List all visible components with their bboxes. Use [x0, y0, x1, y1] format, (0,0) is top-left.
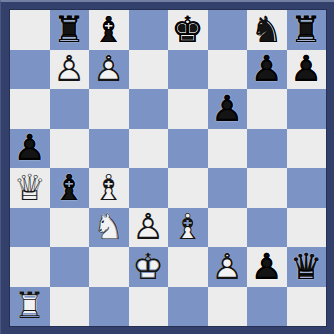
square-c3[interactable]: ♞♘ [89, 208, 129, 248]
square-d8[interactable] [129, 10, 169, 50]
square-h5[interactable] [287, 129, 327, 169]
square-a7[interactable] [10, 50, 50, 90]
piece-white-bishop[interactable]: ♝♗ [168, 208, 208, 248]
piece-black-pawn[interactable]: ♟♙ [287, 50, 327, 90]
square-d5[interactable] [129, 129, 169, 169]
piece-white-pawn[interactable]: ♟♙ [50, 50, 90, 90]
square-e2[interactable] [168, 247, 208, 287]
square-f8[interactable] [208, 10, 248, 50]
square-c4[interactable]: ♝♗ [89, 168, 129, 208]
square-h4[interactable] [287, 168, 327, 208]
square-h8[interactable]: ♜♖ [287, 10, 327, 50]
square-c1[interactable] [89, 287, 129, 327]
square-g2[interactable]: ♟♙ [247, 247, 287, 287]
square-g3[interactable] [247, 208, 287, 248]
square-b6[interactable] [50, 89, 90, 129]
black-pawn-outline-icon: ♙ [287, 50, 327, 90]
piece-black-pawn[interactable]: ♟♙ [10, 129, 50, 169]
square-c2[interactable] [89, 247, 129, 287]
piece-black-bishop[interactable]: ♝♗ [89, 10, 129, 50]
white-pawn-outline-icon: ♙ [50, 50, 90, 90]
square-g1[interactable] [247, 287, 287, 327]
square-f6[interactable]: ♟♙ [208, 89, 248, 129]
piece-black-pawn[interactable]: ♟♙ [247, 50, 287, 90]
square-a5[interactable]: ♟♙ [10, 129, 50, 169]
piece-black-king[interactable]: ♚♔ [168, 10, 208, 50]
square-g7[interactable]: ♟♙ [247, 50, 287, 90]
piece-white-king[interactable]: ♚♔ [129, 247, 169, 287]
square-c5[interactable] [89, 129, 129, 169]
piece-black-pawn[interactable]: ♟♙ [208, 89, 248, 129]
chess-board-frame: ♜♖♝♗♚♔♞♘♜♖♟♙♟♙♟♙♟♙♟♙♟♙♛♕♝♗♝♗♞♘♟♙♝♗♚♔♟♙♟♙… [0, 0, 334, 334]
square-b4[interactable]: ♝♗ [50, 168, 90, 208]
square-e7[interactable] [168, 50, 208, 90]
black-king-outline-icon: ♔ [168, 10, 208, 50]
white-pawn-outline-icon: ♙ [208, 247, 248, 287]
black-knight-outline-icon: ♘ [247, 10, 287, 50]
black-pawn-outline-icon: ♙ [247, 247, 287, 287]
square-f5[interactable] [208, 129, 248, 169]
piece-white-bishop[interactable]: ♝♗ [89, 168, 129, 208]
black-pawn-outline-icon: ♙ [247, 50, 287, 90]
square-f4[interactable] [208, 168, 248, 208]
square-e3[interactable]: ♝♗ [168, 208, 208, 248]
square-e8[interactable]: ♚♔ [168, 10, 208, 50]
square-g4[interactable] [247, 168, 287, 208]
square-a2[interactable] [10, 247, 50, 287]
piece-white-pawn[interactable]: ♟♙ [208, 247, 248, 287]
black-bishop-outline-icon: ♗ [89, 10, 129, 50]
white-bishop-outline-icon: ♗ [89, 168, 129, 208]
piece-black-pawn[interactable]: ♟♙ [247, 247, 287, 287]
white-pawn-outline-icon: ♙ [89, 50, 129, 90]
square-d6[interactable] [129, 89, 169, 129]
black-queen-outline-icon: ♕ [287, 247, 327, 287]
square-f3[interactable] [208, 208, 248, 248]
chess-board: ♜♖♝♗♚♔♞♘♜♖♟♙♟♙♟♙♟♙♟♙♟♙♛♕♝♗♝♗♞♘♟♙♝♗♚♔♟♙♟♙… [10, 10, 326, 326]
square-f2[interactable]: ♟♙ [208, 247, 248, 287]
square-d4[interactable] [129, 168, 169, 208]
square-g5[interactable] [247, 129, 287, 169]
square-a4[interactable]: ♛♕ [10, 168, 50, 208]
square-d3[interactable]: ♟♙ [129, 208, 169, 248]
white-pawn-outline-icon: ♙ [129, 208, 169, 248]
square-c8[interactable]: ♝♗ [89, 10, 129, 50]
square-g6[interactable] [247, 89, 287, 129]
piece-white-pawn[interactable]: ♟♙ [129, 208, 169, 248]
square-h3[interactable] [287, 208, 327, 248]
square-d1[interactable] [129, 287, 169, 327]
black-pawn-outline-icon: ♙ [10, 129, 50, 169]
square-b3[interactable] [50, 208, 90, 248]
square-a6[interactable] [10, 89, 50, 129]
piece-black-rook[interactable]: ♜♖ [50, 10, 90, 50]
piece-black-queen[interactable]: ♛♕ [287, 247, 327, 287]
square-b1[interactable] [50, 287, 90, 327]
square-c7[interactable]: ♟♙ [89, 50, 129, 90]
square-h6[interactable] [287, 89, 327, 129]
white-queen-outline-icon: ♕ [10, 168, 50, 208]
white-bishop-outline-icon: ♗ [168, 208, 208, 248]
piece-black-knight[interactable]: ♞♘ [247, 10, 287, 50]
square-b2[interactable] [50, 247, 90, 287]
square-a8[interactable] [10, 10, 50, 50]
black-pawn-outline-icon: ♙ [208, 89, 248, 129]
square-b7[interactable]: ♟♙ [50, 50, 90, 90]
white-rook-outline-icon: ♖ [10, 287, 50, 327]
square-e5[interactable] [168, 129, 208, 169]
square-h2[interactable]: ♛♕ [287, 247, 327, 287]
square-b8[interactable]: ♜♖ [50, 10, 90, 50]
piece-black-rook[interactable]: ♜♖ [287, 10, 327, 50]
black-rook-outline-icon: ♖ [287, 10, 327, 50]
piece-white-rook[interactable]: ♜♖ [10, 287, 50, 327]
black-rook-outline-icon: ♖ [50, 10, 90, 50]
square-d2[interactable]: ♚♔ [129, 247, 169, 287]
square-h1[interactable] [287, 287, 327, 327]
black-bishop-outline-icon: ♗ [50, 168, 90, 208]
piece-white-pawn[interactable]: ♟♙ [89, 50, 129, 90]
square-a1[interactable]: ♜♖ [10, 287, 50, 327]
white-king-outline-icon: ♔ [129, 247, 169, 287]
square-f1[interactable] [208, 287, 248, 327]
square-e6[interactable] [168, 89, 208, 129]
square-g8[interactable]: ♞♘ [247, 10, 287, 50]
square-b5[interactable] [50, 129, 90, 169]
piece-white-knight[interactable]: ♞♘ [89, 208, 129, 248]
square-f7[interactable] [208, 50, 248, 90]
square-e1[interactable] [168, 287, 208, 327]
square-a3[interactable] [10, 208, 50, 248]
square-c6[interactable] [89, 89, 129, 129]
white-knight-outline-icon: ♘ [89, 208, 129, 248]
square-e4[interactable] [168, 168, 208, 208]
piece-black-bishop[interactable]: ♝♗ [50, 168, 90, 208]
piece-white-queen[interactable]: ♛♕ [10, 168, 50, 208]
square-h7[interactable]: ♟♙ [287, 50, 327, 90]
square-d7[interactable] [129, 50, 169, 90]
